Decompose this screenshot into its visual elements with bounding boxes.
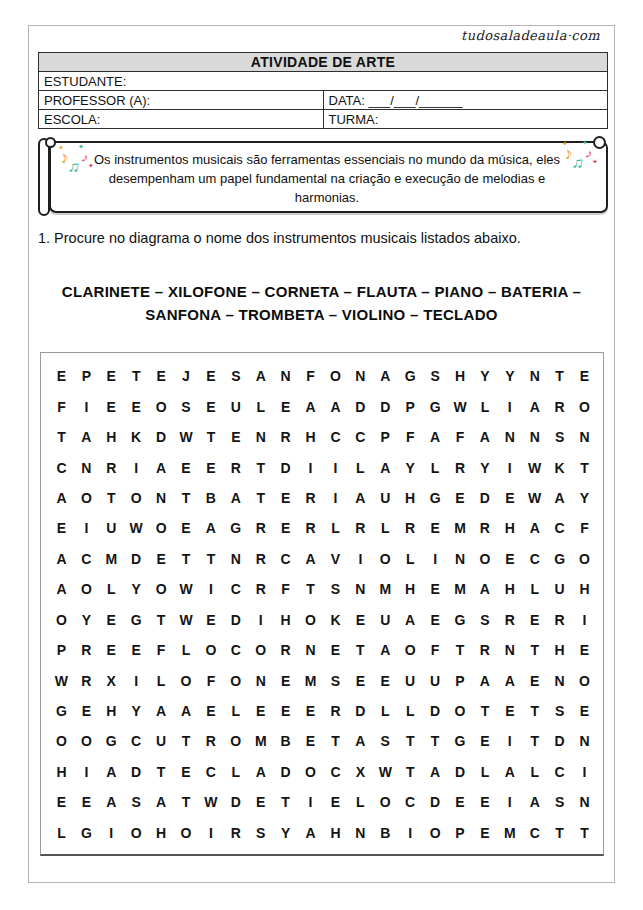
grid-cell: E — [124, 391, 149, 421]
grid-cell: O — [373, 544, 398, 574]
grid-cell: Y — [472, 452, 497, 482]
grid-cell: R — [398, 513, 423, 543]
page-title: ATIVIDADE DE ARTE — [39, 53, 608, 72]
grid-cell: N — [547, 665, 572, 695]
grid-cell: N — [248, 422, 273, 452]
grid-cell: B — [373, 818, 398, 848]
sparkle-icon: ✦ — [582, 139, 588, 147]
grid-cell: S — [323, 574, 348, 604]
grid-cell: L — [223, 757, 248, 787]
grid-cell: C — [198, 757, 223, 787]
grid-cell: R — [298, 513, 323, 543]
grid-cell: L — [49, 818, 74, 848]
grid-cell: E — [273, 665, 298, 695]
grid-cell: N — [348, 818, 373, 848]
grid-cell: I — [572, 605, 597, 635]
grid-cell: T — [448, 635, 473, 665]
grid-cell: E — [174, 757, 199, 787]
grid-cell: L — [323, 513, 348, 543]
scroll-banner: ♪ ♫ ♪ ✦ ✦ ✦ ♪ ♫ ♪ ✦ ✦ ✦ Os instrumentos … — [38, 138, 608, 216]
grid-cell: M — [248, 726, 273, 756]
teacher-field: PROFESSOR (A): — [39, 91, 324, 110]
grid-cell: H — [99, 696, 124, 726]
grid-cell: T — [124, 361, 149, 391]
grid-cell: B — [273, 726, 298, 756]
grid-cell: O — [149, 513, 174, 543]
grid-cell: U — [149, 726, 174, 756]
grid-cell: A — [373, 452, 398, 482]
grid-cell: D — [223, 787, 248, 817]
grid-cell: R — [99, 452, 124, 482]
grid-cell: S — [472, 605, 497, 635]
grid-cell: G — [223, 513, 248, 543]
grid-cell: O — [423, 818, 448, 848]
grid-cell: S — [373, 726, 398, 756]
grid-cell: R — [273, 422, 298, 452]
grid-cell: D — [348, 696, 373, 726]
music-notes-icon: ♪ ♫ ♪ ✦ ✦ ✦ — [562, 142, 602, 182]
grid-cell: A — [398, 605, 423, 635]
grid-cell: I — [198, 818, 223, 848]
grid-cell: I — [497, 452, 522, 482]
grid-cell: F — [572, 513, 597, 543]
grid-cell: P — [448, 818, 473, 848]
grid-cell: S — [547, 787, 572, 817]
grid-cell: N — [273, 361, 298, 391]
grid-cell: R — [497, 605, 522, 635]
scroll-curl-top-left — [45, 137, 56, 148]
grid-cell: G — [124, 605, 149, 635]
grid-cell: A — [522, 787, 547, 817]
grid-cell: C — [348, 422, 373, 452]
student-field: ESTUDANTE: — [39, 72, 608, 91]
grid-cell: E — [348, 605, 373, 635]
grid-cell: A — [423, 422, 448, 452]
grid-cell: U — [223, 391, 248, 421]
grid-cell: T — [99, 483, 124, 513]
grid-cell: C — [323, 422, 348, 452]
grid-cell: T — [572, 818, 597, 848]
grid-cell: R — [223, 818, 248, 848]
grid-cell: E — [223, 422, 248, 452]
grid-cell: T — [547, 361, 572, 391]
grid-cell: U — [373, 605, 398, 635]
grid-cell: R — [74, 665, 99, 695]
grid-cell: E — [99, 605, 124, 635]
grid-cell: L — [373, 513, 398, 543]
grid-cell: H — [497, 513, 522, 543]
grid-cell: E — [273, 513, 298, 543]
grid-cell: W — [174, 574, 199, 604]
grid-cell: A — [198, 513, 223, 543]
grid-cell: F — [423, 635, 448, 665]
grid-cell: O — [74, 483, 99, 513]
scroll-roll-left — [38, 138, 50, 216]
grid-cell: I — [497, 726, 522, 756]
grid-cell: N — [572, 726, 597, 756]
grid-cell: O — [298, 757, 323, 787]
grid-cell: R — [348, 513, 373, 543]
grid-cell: A — [522, 391, 547, 421]
grid-cell: I — [99, 818, 124, 848]
grid-cell: E — [423, 574, 448, 604]
grid-cell: T — [348, 635, 373, 665]
grid-cell: O — [49, 605, 74, 635]
grid-cell: T — [248, 452, 273, 482]
grid-cell: I — [323, 452, 348, 482]
grid-cell: G — [74, 818, 99, 848]
grid-cell: E — [74, 787, 99, 817]
grid-cell: Y — [572, 483, 597, 513]
grid-cell: A — [522, 513, 547, 543]
grid-cell: E — [298, 726, 323, 756]
grid-cell: R — [198, 726, 223, 756]
grid-cell: S — [547, 696, 572, 726]
grid-cell: E — [472, 818, 497, 848]
grid-cell: G — [398, 361, 423, 391]
grid-cell: R — [248, 513, 273, 543]
grid-cell: E — [522, 665, 547, 695]
grid-cell: E — [49, 787, 74, 817]
word-list: CLARINETE – XILOFONE – CORNETA – FLAUTA … — [29, 280, 614, 326]
grid-cell: O — [448, 696, 473, 726]
grid-cell: E — [323, 787, 348, 817]
grid-cell: E — [124, 635, 149, 665]
grid-cell: A — [348, 726, 373, 756]
grid-cell: F — [149, 635, 174, 665]
grid-cell: T — [248, 483, 273, 513]
grid-cell: L — [522, 574, 547, 604]
grid-cell: N — [149, 483, 174, 513]
grid-cell: T — [49, 422, 74, 452]
word-list-line-1: CLARINETE – XILOFONE – CORNETA – FLAUTA … — [29, 280, 614, 303]
grid-cell: M — [448, 574, 473, 604]
grid-cell: B — [198, 483, 223, 513]
grid-cell: E — [423, 513, 448, 543]
grid-cell: H — [323, 818, 348, 848]
grid-cell: A — [298, 818, 323, 848]
grid-cell: P — [398, 391, 423, 421]
grid-cell: I — [572, 757, 597, 787]
grid-cell: C — [273, 544, 298, 574]
worksheet-page: tudosaladeaula·com ATIVIDADE DE ARTE EST… — [28, 25, 615, 883]
grid-cell: D — [273, 452, 298, 482]
grid-cell: A — [99, 787, 124, 817]
grid-cell: T — [423, 726, 448, 756]
grid-cell: O — [572, 665, 597, 695]
grid-cell: A — [174, 696, 199, 726]
grid-cell: F — [298, 361, 323, 391]
grid-cell: R — [248, 574, 273, 604]
word-search-grid: EPETEJESANFONAGSHYYNTEFIEEOSEULEAADDPGWL… — [40, 352, 604, 856]
grid-cell: E — [323, 635, 348, 665]
grid-cell: E — [174, 513, 199, 543]
grid-cell: J — [174, 361, 199, 391]
grid-cell: O — [49, 726, 74, 756]
grid-cell: O — [298, 605, 323, 635]
grid-cell: R — [547, 605, 572, 635]
grid-cell: K — [547, 452, 572, 482]
grid-cell: G — [99, 726, 124, 756]
grid-cell: U — [547, 574, 572, 604]
grid-cell: R — [472, 513, 497, 543]
grid-cell: F — [49, 391, 74, 421]
header-table: ATIVIDADE DE ARTE ESTUDANTE: PROFESSOR (… — [38, 52, 608, 129]
grid-cell: I — [323, 483, 348, 513]
school-field: ESCOLA: — [39, 110, 324, 129]
grid-cell: A — [298, 391, 323, 421]
grid-cell: R — [223, 452, 248, 482]
grid-cell: T — [522, 635, 547, 665]
grid-cell: A — [472, 665, 497, 695]
grid-cell: W — [49, 665, 74, 695]
grid-cell: T — [398, 726, 423, 756]
grid-cell: E — [198, 452, 223, 482]
grid-cell: A — [49, 544, 74, 574]
grid-cell: A — [149, 787, 174, 817]
grid-cell: I — [497, 391, 522, 421]
grid-cell: T — [174, 787, 199, 817]
grid-cell: E — [149, 544, 174, 574]
banner-line-1: Os instrumentos musicais são ferramentas… — [86, 150, 568, 169]
grid-cell: O — [149, 574, 174, 604]
grid-cell: T — [547, 818, 572, 848]
grid-cell: E — [448, 787, 473, 817]
grid-cell: D — [273, 757, 298, 787]
grid-cell: N — [74, 452, 99, 482]
grid-cell: E — [373, 665, 398, 695]
grid-cell: X — [99, 665, 124, 695]
grid-cell: E — [99, 635, 124, 665]
grid-cell: L — [99, 574, 124, 604]
grid-cell: A — [472, 574, 497, 604]
grid-cell: I — [398, 818, 423, 848]
grid-cell: E — [49, 361, 74, 391]
grid-cell: N — [497, 422, 522, 452]
grid-cell: E — [572, 696, 597, 726]
grid-cell: I — [497, 787, 522, 817]
grid-cell: C — [49, 452, 74, 482]
grid-cell: O — [572, 391, 597, 421]
grid-cell: C — [398, 787, 423, 817]
grid-cell: R — [547, 391, 572, 421]
grid-cell: R — [74, 635, 99, 665]
grid-cell: K — [323, 605, 348, 635]
grid-cell: L — [149, 665, 174, 695]
grid-cell: Y — [124, 574, 149, 604]
grid-cell: N — [223, 544, 248, 574]
grid-cell: Y — [74, 605, 99, 635]
grid-cell: R — [273, 635, 298, 665]
grid-cell: D — [448, 757, 473, 787]
grid-cell: O — [323, 361, 348, 391]
grid-cell: T — [149, 605, 174, 635]
grid-cell: Y — [472, 361, 497, 391]
beamed-notes-icon: ♫ — [67, 157, 81, 176]
grid-cell: M — [497, 818, 522, 848]
grid-cell: E — [497, 483, 522, 513]
sparkle-icon: ✦ — [592, 158, 598, 166]
grid-cell: W — [373, 757, 398, 787]
grid-cell: E — [448, 483, 473, 513]
grid-cell: H — [298, 422, 323, 452]
grid-cell: O — [74, 574, 99, 604]
grid-cell: Y — [497, 361, 522, 391]
grid-cell: L — [472, 757, 497, 787]
grid-cell: W — [174, 422, 199, 452]
grid-cell: O — [174, 818, 199, 848]
grid-cell: L — [398, 696, 423, 726]
grid-cell: O — [223, 665, 248, 695]
grid-cell: A — [248, 361, 273, 391]
grid-cell: H — [497, 574, 522, 604]
grid-cell: E — [273, 391, 298, 421]
grid-cell: O — [572, 544, 597, 574]
grid-cell: P — [74, 361, 99, 391]
grid-cell: I — [298, 787, 323, 817]
grid-cell: S — [423, 361, 448, 391]
grid-cell: A — [547, 483, 572, 513]
grid-cell: G — [448, 605, 473, 635]
grid-cell: E — [497, 544, 522, 574]
grid-cell: E — [248, 696, 273, 726]
grid-cell: N — [448, 544, 473, 574]
grid-cell: C — [547, 757, 572, 787]
grid-cell: A — [99, 757, 124, 787]
grid-cell: O — [398, 635, 423, 665]
grid-cell: I — [423, 544, 448, 574]
instruction-text: 1. Procure no diagrama o nome dos instru… — [38, 230, 521, 246]
grid-cell: A — [49, 483, 74, 513]
grid-cell: E — [198, 605, 223, 635]
grid-cell: I — [124, 665, 149, 695]
grid-cell: E — [572, 635, 597, 665]
grid-cell: A — [373, 635, 398, 665]
grid-cell: N — [522, 361, 547, 391]
grid-cell: I — [124, 452, 149, 482]
grid-cell: A — [348, 483, 373, 513]
grid-cell: S — [323, 665, 348, 695]
grid-cell: N — [348, 574, 373, 604]
grid-cell: T — [398, 757, 423, 787]
grid-cell: I — [298, 452, 323, 482]
grid-cell: L — [223, 696, 248, 726]
grid-cell: W — [198, 787, 223, 817]
grid-cell: C — [522, 818, 547, 848]
grid-cell: T — [174, 726, 199, 756]
grid-cell: E — [49, 513, 74, 543]
grid-cell: C — [223, 635, 248, 665]
grid-cell: G — [423, 391, 448, 421]
grid-cell: I — [198, 574, 223, 604]
grid-cell: E — [99, 361, 124, 391]
grid-cell: A — [74, 422, 99, 452]
grid-cell: O — [248, 635, 273, 665]
grid-cell: G — [547, 544, 572, 574]
grid-cell: O — [472, 544, 497, 574]
grid-cell: A — [423, 757, 448, 787]
grid-cell: N — [497, 635, 522, 665]
grid-cell: E — [149, 361, 174, 391]
grid-cell: D — [124, 757, 149, 787]
grid-cell: U — [373, 483, 398, 513]
grid-cell: I — [74, 757, 99, 787]
grid-cell: T — [572, 452, 597, 482]
grid-cell: K — [124, 422, 149, 452]
grid-cell: E — [174, 452, 199, 482]
grid-cell: S — [223, 361, 248, 391]
grid-cell: L — [398, 544, 423, 574]
grid-cell: C — [323, 757, 348, 787]
grid-cell: C — [223, 574, 248, 604]
date-field: DATA: ___/___/______ — [323, 91, 608, 110]
grid-cell: L — [472, 391, 497, 421]
class-field: TURMA: — [323, 110, 608, 129]
grid-cell: N — [572, 422, 597, 452]
grid-cell: E — [198, 696, 223, 726]
grid-cell: N — [522, 422, 547, 452]
grid-cell: A — [323, 391, 348, 421]
grid-cell: L — [348, 787, 373, 817]
grid-cell: R — [248, 544, 273, 574]
grid-cell: W — [174, 605, 199, 635]
grid-cell: E — [472, 787, 497, 817]
grid-cell: H — [273, 605, 298, 635]
grid-cell: R — [298, 483, 323, 513]
grid-cell: P — [373, 422, 398, 452]
grid-cell: N — [298, 635, 323, 665]
grid-cell: O — [124, 818, 149, 848]
grid-cell: E — [74, 696, 99, 726]
sparkle-icon: ✦ — [78, 143, 84, 151]
grid-cell: L — [174, 635, 199, 665]
grid-cell: E — [273, 696, 298, 726]
grid-cell: E — [248, 787, 273, 817]
grid-cell: E — [298, 696, 323, 726]
grid-cell: D — [348, 391, 373, 421]
grid-cell: H — [448, 361, 473, 391]
grid-cell: D — [423, 787, 448, 817]
grid-cell: O — [124, 483, 149, 513]
grid-cell: H — [99, 422, 124, 452]
grid-cell: T — [273, 787, 298, 817]
grid-cell: T — [149, 757, 174, 787]
grid-cell: A — [248, 757, 273, 787]
grid-cell: P — [49, 635, 74, 665]
grid-cell: R — [323, 696, 348, 726]
grid-cell: G — [448, 726, 473, 756]
grid-cell: T — [323, 726, 348, 756]
grid-cell: L — [248, 391, 273, 421]
grid-cell: F — [448, 422, 473, 452]
grid-cell: E — [497, 696, 522, 726]
grid-cell: E — [198, 361, 223, 391]
grid-cell: M — [448, 513, 473, 543]
grid-cell: A — [497, 757, 522, 787]
grid-cell: A — [298, 544, 323, 574]
sparkle-icon: ✦ — [58, 144, 64, 152]
banner-line-2: desempenham um papel fundamental na cria… — [86, 169, 568, 207]
grid-cell: S — [174, 391, 199, 421]
grid-cell: E — [99, 391, 124, 421]
grid-cell: R — [472, 635, 497, 665]
grid-cell: A — [149, 696, 174, 726]
grid-cell: G — [49, 696, 74, 726]
grid-cell: A — [497, 665, 522, 695]
grid-cell: D — [423, 696, 448, 726]
grid-cell: F — [198, 665, 223, 695]
grid-cell: G — [423, 483, 448, 513]
